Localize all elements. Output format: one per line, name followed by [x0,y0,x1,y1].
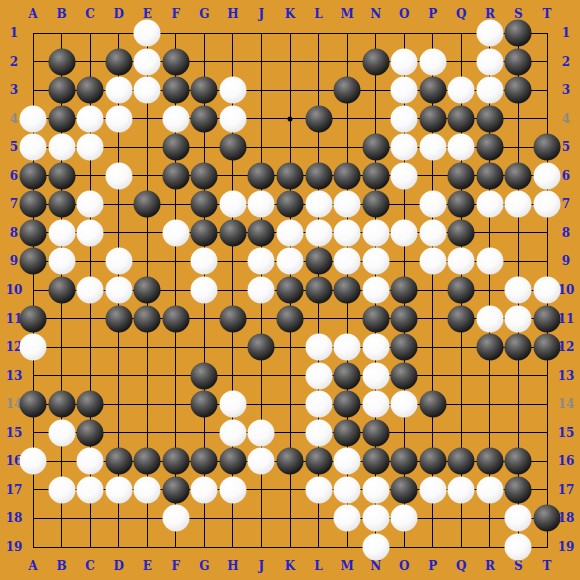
stone-H5-black [219,134,246,161]
stone-L6-black [305,162,332,189]
column-label-top-N: N [370,8,381,20]
stone-L4-black [305,105,332,132]
grid-line-h-12 [33,347,548,348]
row-label-right-8: 8 [562,227,570,239]
stone-L8-white [305,219,332,246]
stone-F6-black [162,162,189,189]
stone-O4-white [391,105,418,132]
stone-J8-black [248,219,275,246]
stone-O18-white [391,505,418,532]
stone-H16-black [219,448,246,475]
stone-B4-black [48,105,75,132]
stone-A16-white [20,448,47,475]
stone-K8-white [277,219,304,246]
stone-E11-black [134,305,161,332]
column-label-bottom-K: K [285,560,295,572]
stone-B7-black [48,191,75,218]
stone-G4-black [191,105,218,132]
stone-M13-black [334,362,361,389]
stone-N2-black [362,48,389,75]
stone-R11-white [476,305,503,332]
stone-A5-white [20,134,47,161]
stone-Q17-white [448,476,475,503]
stone-A7-black [20,191,47,218]
stone-B3-black [48,77,75,104]
stone-R12-black [476,334,503,361]
column-label-top-M: M [340,8,353,20]
stone-P3-black [419,77,446,104]
column-label-bottom-E: E [143,560,152,572]
column-label-top-Q: Q [456,8,466,20]
stone-G17-white [191,476,218,503]
stone-B17-white [48,476,75,503]
stone-E2-white [134,48,161,75]
stone-O13-black [391,362,418,389]
stone-S19-white [505,534,532,561]
stone-R17-white [476,476,503,503]
stone-E10-black [134,277,161,304]
stone-D2-black [105,48,132,75]
stone-O11-black [391,305,418,332]
stone-S12-black [505,334,532,361]
stone-O3-white [391,77,418,104]
stone-D11-black [105,305,132,332]
stone-H8-black [219,219,246,246]
stone-C16-white [77,448,104,475]
column-label-top-G: G [199,8,209,20]
stone-A8-black [20,219,47,246]
stone-P17-white [419,476,446,503]
column-label-top-A: A [28,8,37,20]
stone-N10-white [362,277,389,304]
stone-Q6-black [448,162,475,189]
stone-D3-white [105,77,132,104]
stone-H4-white [219,105,246,132]
stone-G10-white [191,277,218,304]
stone-N5-black [362,134,389,161]
stone-J12-black [248,334,275,361]
stone-R6-black [476,162,503,189]
stone-E3-white [134,77,161,104]
stone-S18-white [505,505,532,532]
column-label-top-S: S [514,8,523,20]
stone-Q9-white [448,248,475,275]
row-label-right-17: 17 [558,484,575,496]
stone-R7-white [476,191,503,218]
stone-C14-black [77,391,104,418]
stone-L10-black [305,277,332,304]
row-label-left-9: 9 [10,255,18,267]
stone-G6-black [191,162,218,189]
stone-F17-black [162,476,189,503]
stone-T18-black [534,505,561,532]
stone-T7-white [534,191,561,218]
row-label-right-9: 9 [562,255,570,267]
stone-D9-white [105,248,132,275]
stone-M14-black [334,391,361,418]
column-label-bottom-S: S [514,560,523,572]
stone-O16-black [391,448,418,475]
stone-P7-white [419,191,446,218]
stone-M18-white [334,505,361,532]
stone-N13-white [362,362,389,389]
row-label-right-15: 15 [558,427,575,439]
stone-F3-black [162,77,189,104]
stone-K10-black [277,277,304,304]
stone-L13-white [305,362,332,389]
stone-G14-black [191,391,218,418]
stone-R2-white [476,48,503,75]
stone-J10-white [248,277,275,304]
stone-P5-white [419,134,446,161]
stone-B9-white [48,248,75,275]
stone-J9-white [248,248,275,275]
stone-S10-white [505,277,532,304]
row-label-left-15: 15 [6,427,23,439]
stone-M7-white [334,191,361,218]
stone-H3-white [219,77,246,104]
stone-M12-white [334,334,361,361]
column-label-top-J: J [259,8,265,20]
stone-C15-black [77,419,104,446]
stone-J16-white [248,448,275,475]
stone-A12-white [20,334,47,361]
stone-P16-black [419,448,446,475]
stone-N12-white [362,334,389,361]
stone-C17-white [77,476,104,503]
stone-L12-white [305,334,332,361]
stone-O2-white [391,48,418,75]
row-label-right-16: 16 [558,455,575,467]
stone-N16-black [362,448,389,475]
stone-M17-white [334,476,361,503]
row-label-left-8: 8 [10,227,18,239]
stone-K9-white [277,248,304,275]
stone-B10-black [48,277,75,304]
column-label-bottom-T: T [543,560,552,572]
row-label-left-1: 1 [10,27,18,39]
column-label-bottom-B: B [56,560,66,572]
row-label-right-1: 1 [562,27,570,39]
column-label-top-E: E [143,8,152,20]
stone-T10-white [534,277,561,304]
stone-R1-white [476,20,503,47]
stone-B14-black [48,391,75,418]
row-label-left-17: 17 [6,484,23,496]
stone-G16-black [191,448,218,475]
column-label-bottom-J: J [259,560,265,572]
stone-M16-white [334,448,361,475]
column-label-top-K: K [285,8,295,20]
stone-Q8-black [448,219,475,246]
stone-S2-black [505,48,532,75]
stone-E1-white [134,20,161,47]
column-label-bottom-L: L [314,560,322,572]
stone-O6-white [391,162,418,189]
stone-Q11-black [448,305,475,332]
stone-L15-white [305,419,332,446]
column-label-top-R: R [485,8,495,20]
column-label-top-D: D [113,8,123,20]
stone-Q16-black [448,448,475,475]
stone-O14-white [391,391,418,418]
go-board[interactable]: AABBCCDDEEFFGGHHJJKKLLMMNNOOPPQQRRSSTT11… [0,0,580,580]
stone-C5-white [77,134,104,161]
stone-J6-black [248,162,275,189]
row-label-left-13: 13 [6,370,23,382]
stone-D10-white [105,277,132,304]
column-label-top-H: H [227,8,238,20]
stone-M3-black [334,77,361,104]
row-label-right-2: 2 [562,56,570,68]
row-label-right-14: 14 [558,398,575,410]
column-label-bottom-N: N [370,560,381,572]
column-label-top-L: L [314,8,322,20]
stone-D16-black [105,448,132,475]
stone-K7-black [277,191,304,218]
column-label-top-F: F [172,8,181,20]
grid-line-h-18 [33,518,548,519]
row-label-left-2: 2 [10,56,18,68]
stone-L16-black [305,448,332,475]
stone-R3-white [476,77,503,104]
stone-Q3-white [448,77,475,104]
stone-T11-black [534,305,561,332]
stone-N6-black [362,162,389,189]
row-label-left-19: 19 [6,541,23,553]
stone-L9-black [305,248,332,275]
stone-S17-black [505,476,532,503]
stone-A6-black [20,162,47,189]
stone-F18-white [162,505,189,532]
stone-B5-white [48,134,75,161]
stone-D6-white [105,162,132,189]
stone-H15-white [219,419,246,446]
stone-R4-black [476,105,503,132]
stone-H11-black [219,305,246,332]
stone-B2-black [48,48,75,75]
column-label-top-P: P [428,8,437,20]
stone-N8-white [362,219,389,246]
stone-O12-black [391,334,418,361]
stone-F4-white [162,105,189,132]
stone-C8-white [77,219,104,246]
stone-J7-white [248,191,275,218]
stone-Q5-white [448,134,475,161]
stone-F5-black [162,134,189,161]
stone-H17-white [219,476,246,503]
stone-P4-black [419,105,446,132]
stone-B6-black [48,162,75,189]
stone-O17-black [391,476,418,503]
column-label-top-B: B [56,8,66,20]
stone-C10-white [77,277,104,304]
stone-C4-white [77,105,104,132]
stone-K11-black [277,305,304,332]
row-label-left-3: 3 [10,84,18,96]
stone-J15-white [248,419,275,446]
row-label-left-18: 18 [6,512,23,524]
stone-G9-white [191,248,218,275]
stone-A11-black [20,305,47,332]
stone-K6-black [277,162,304,189]
stone-H7-white [219,191,246,218]
column-label-bottom-D: D [113,560,123,572]
star-point-K4 [288,116,293,121]
grid-line-h-15 [33,432,548,433]
stone-S3-black [505,77,532,104]
stone-R9-white [476,248,503,275]
stone-F16-black [162,448,189,475]
column-label-bottom-H: H [227,560,238,572]
stone-A4-white [20,105,47,132]
stone-S16-black [505,448,532,475]
stone-N9-white [362,248,389,275]
column-label-bottom-P: P [428,560,437,572]
row-label-right-4: 4 [562,113,570,125]
stone-B15-white [48,419,75,446]
column-label-top-C: C [85,8,95,20]
stone-T6-white [534,162,561,189]
stone-L17-white [305,476,332,503]
stone-L7-white [305,191,332,218]
row-label-right-13: 13 [558,370,575,382]
row-label-right-3: 3 [562,84,570,96]
stone-D4-white [105,105,132,132]
stone-N11-black [362,305,389,332]
stone-S1-black [505,20,532,47]
stone-D17-white [105,476,132,503]
stone-O10-black [391,277,418,304]
stone-B8-white [48,219,75,246]
stone-G7-black [191,191,218,218]
stone-E7-black [134,191,161,218]
grid-line-h-14 [33,404,548,405]
column-label-top-O: O [399,8,409,20]
row-label-left-10: 10 [6,284,23,296]
column-label-bottom-F: F [172,560,181,572]
stone-R16-black [476,448,503,475]
column-label-bottom-O: O [399,560,409,572]
row-label-right-19: 19 [558,541,575,553]
stone-S11-white [505,305,532,332]
column-label-bottom-G: G [199,560,209,572]
stone-N17-white [362,476,389,503]
row-label-left-4: 4 [10,113,18,125]
stone-N18-white [362,505,389,532]
column-label-bottom-M: M [340,560,353,572]
column-label-bottom-Q: Q [456,560,466,572]
stone-L14-white [305,391,332,418]
stone-C3-black [77,77,104,104]
stone-S7-white [505,191,532,218]
column-label-bottom-R: R [485,560,495,572]
stone-C7-white [77,191,104,218]
stone-R5-black [476,134,503,161]
row-label-left-5: 5 [10,141,18,153]
row-label-left-6: 6 [10,170,18,182]
row-label-right-7: 7 [562,198,570,210]
stone-H14-white [219,391,246,418]
stone-P9-white [419,248,446,275]
stone-P14-black [419,391,446,418]
stone-G8-black [191,219,218,246]
column-label-bottom-C: C [85,560,95,572]
row-label-right-6: 6 [562,170,570,182]
stone-G3-black [191,77,218,104]
stone-Q7-black [448,191,475,218]
stone-G13-black [191,362,218,389]
stone-F11-black [162,305,189,332]
stone-M9-white [334,248,361,275]
stone-Q4-black [448,105,475,132]
stone-E17-white [134,476,161,503]
stone-E16-black [134,448,161,475]
stone-T5-black [534,134,561,161]
stone-A9-black [20,248,47,275]
grid-line-h-19 [33,547,548,548]
stone-O8-white [391,219,418,246]
stone-A14-black [20,391,47,418]
column-label-top-T: T [543,8,552,20]
stone-M6-black [334,162,361,189]
stone-P2-white [419,48,446,75]
stone-S6-black [505,162,532,189]
column-label-bottom-A: A [28,560,37,572]
stone-K16-black [277,448,304,475]
stone-N14-white [362,391,389,418]
stone-T12-black [534,334,561,361]
stone-N7-black [362,191,389,218]
stone-M8-white [334,219,361,246]
stone-F2-black [162,48,189,75]
stone-O5-white [391,134,418,161]
stone-N19-white [362,534,389,561]
grid-line-h-13 [33,375,548,376]
stone-M10-black [334,277,361,304]
stone-F8-white [162,219,189,246]
stone-N15-black [362,419,389,446]
stone-P8-white [419,219,446,246]
row-label-right-5: 5 [562,141,570,153]
grid-line-h-1 [33,33,548,34]
stone-Q10-black [448,277,475,304]
stone-M15-black [334,419,361,446]
row-label-left-7: 7 [10,198,18,210]
